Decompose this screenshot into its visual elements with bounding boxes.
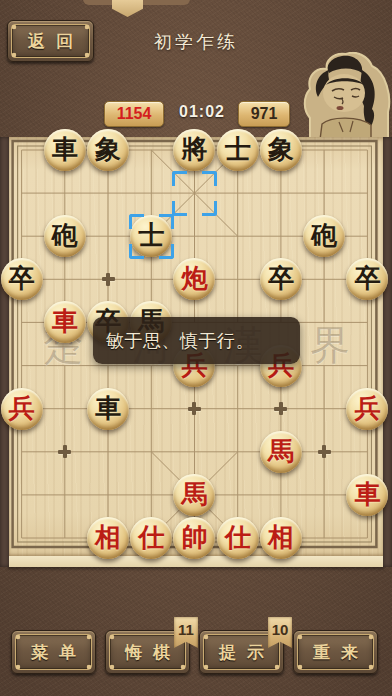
piece-char: 砲: [311, 222, 337, 248]
hint-tooltip-text: 敏于思、慎于行。: [93, 329, 254, 353]
hint-button[interactable]: 提示 10: [199, 630, 284, 674]
piece-char: 仕: [225, 524, 251, 550]
piece-char: 士: [225, 136, 251, 162]
piece-char: 相: [268, 524, 294, 550]
black-piece-車[interactable]: 車: [44, 129, 86, 171]
piece-char: 象: [268, 136, 294, 162]
red-rating-badge: 1154: [104, 101, 164, 127]
piece-char: 車: [52, 308, 78, 334]
hint-button-label: 提示: [208, 641, 275, 664]
red-piece-相[interactable]: 相: [260, 517, 302, 559]
black-piece-卒[interactable]: 卒: [260, 258, 302, 300]
red-piece-馬[interactable]: 馬: [173, 474, 215, 516]
piece-char: 象: [95, 136, 121, 162]
restart-button[interactable]: 重来: [293, 630, 378, 674]
hint-count-badge: 10: [268, 617, 292, 648]
piece-char: 馬: [181, 481, 207, 507]
pennant-banner-icon[interactable]: [112, 0, 143, 17]
red-piece-帥[interactable]: 帥: [173, 517, 215, 559]
black-rating-badge: 971: [238, 101, 290, 127]
piece-char: 帥: [181, 524, 207, 550]
red-piece-馬[interactable]: 馬: [260, 431, 302, 473]
child-ink-painting: [301, 52, 392, 140]
red-piece-兵[interactable]: 兵: [1, 388, 43, 430]
black-piece-士[interactable]: 士: [217, 129, 259, 171]
menu-button[interactable]: 菜单: [11, 630, 96, 674]
piece-char: 仕: [138, 524, 164, 550]
black-piece-卒[interactable]: 卒: [1, 258, 43, 300]
piece-char: 車: [52, 136, 78, 162]
black-piece-砲[interactable]: 砲: [44, 215, 86, 257]
undo-button[interactable]: 悔棋 11: [105, 630, 190, 674]
red-piece-仕[interactable]: 仕: [217, 517, 259, 559]
red-piece-車[interactable]: 車: [44, 301, 86, 343]
piece-char: 車: [95, 395, 121, 421]
piece-char: 砲: [52, 222, 78, 248]
page-title: 初学乍练: [0, 30, 392, 54]
piece-char: 車: [354, 481, 380, 507]
red-piece-相[interactable]: 相: [87, 517, 129, 559]
red-piece-兵[interactable]: 兵: [346, 388, 388, 430]
piece-char: 士: [138, 222, 164, 248]
piece-char: 相: [95, 524, 121, 550]
piece-char: 卒: [268, 265, 294, 291]
xiangqi-app-screen: 返回 初学乍练 1154 01:02 971: [0, 0, 392, 696]
piece-char: 炮: [181, 265, 207, 291]
black-piece-將[interactable]: 將: [173, 129, 215, 171]
red-piece-仕[interactable]: 仕: [130, 517, 172, 559]
menu-button-label: 菜单: [20, 641, 87, 664]
red-piece-炮[interactable]: 炮: [173, 258, 215, 300]
black-piece-車[interactable]: 車: [87, 388, 129, 430]
move-timer: 01:02: [162, 103, 242, 121]
black-piece-象[interactable]: 象: [260, 129, 302, 171]
black-piece-卒[interactable]: 卒: [346, 258, 388, 300]
undo-button-label: 悔棋: [114, 641, 181, 664]
piece-char: 卒: [354, 265, 380, 291]
piece-char: 將: [181, 136, 207, 162]
black-piece-砲[interactable]: 砲: [303, 215, 345, 257]
piece-char: 馬: [268, 438, 294, 464]
black-piece-象[interactable]: 象: [87, 129, 129, 171]
hint-tooltip: 敏于思、慎于行。: [93, 317, 300, 364]
undo-count-badge: 11: [174, 617, 198, 648]
piece-char: 卒: [9, 265, 35, 291]
restart-button-label: 重来: [302, 641, 369, 664]
red-piece-車[interactable]: 車: [346, 474, 388, 516]
black-piece-士[interactable]: 士: [130, 215, 172, 257]
piece-char: 兵: [9, 395, 35, 421]
piece-char: 兵: [354, 395, 380, 421]
